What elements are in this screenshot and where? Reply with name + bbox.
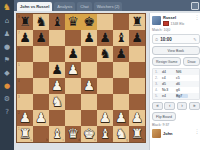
tournament-icon[interactable]: ⚑ [2, 56, 12, 65]
square-b6[interactable] [33, 46, 49, 62]
file-label: e [94, 138, 96, 142]
square-a2[interactable]: 2♟ [17, 110, 33, 126]
square-f7[interactable]: ♟ [97, 30, 113, 46]
square-f4[interactable] [97, 78, 113, 94]
square-c1[interactable]: c♝ [49, 126, 65, 142]
tab-game[interactable]: John vs Russel [17, 2, 52, 11]
draw-button[interactable]: Draw [183, 57, 199, 66]
last-move-button[interactable]: » [189, 102, 200, 110]
black-move[interactable]: g6 [176, 88, 188, 92]
white-move[interactable]: d4 [162, 70, 174, 74]
tab-chat[interactable]: Chat [77, 2, 91, 11]
rank-label: 6 [18, 47, 20, 51]
square-g8[interactable] [113, 14, 129, 30]
rank-label: 1 [18, 127, 20, 131]
square-g3[interactable] [113, 94, 129, 110]
square-e3[interactable] [81, 94, 97, 110]
square-a7[interactable]: 7♟ [17, 30, 33, 46]
piece-black-rook[interactable]: ♜ [129, 14, 145, 30]
square-h2[interactable]: ♟ [129, 110, 145, 126]
square-a5[interactable]: 5 [17, 62, 33, 78]
square-e8[interactable]: ♚ [81, 14, 97, 30]
puzzle-icon[interactable]: ◆ [2, 69, 12, 78]
left-icon-rail: ♞ ⌂ ♟ ● ⚑ ◆ ● ⚙ ? [0, 0, 14, 150]
piece-white-pawn[interactable]: ♟ [129, 110, 145, 126]
square-d6[interactable]: ♟ [65, 46, 81, 62]
white-move[interactable]: d5 [162, 82, 174, 86]
square-f2[interactable]: ♟ [97, 110, 113, 126]
square-c8[interactable]: ♝ [49, 14, 65, 30]
square-b8[interactable]: ♞ [33, 14, 49, 30]
black-move[interactable]: Bg7 [176, 94, 188, 98]
move-number: 3. [155, 82, 160, 86]
tab-watchers[interactable]: Watchers (2) [94, 2, 123, 11]
piece-black-pawn[interactable]: ♟ [17, 30, 33, 46]
square-e6[interactable] [81, 46, 97, 62]
help-icon[interactable]: ? [2, 108, 12, 117]
white-move[interactable]: c4 [162, 76, 174, 80]
top-player-card: Russel 1348 Elo ⋮ [152, 15, 200, 26]
square-e7[interactable]: ♟ [81, 30, 97, 46]
square-h3[interactable] [129, 94, 145, 110]
square-c5[interactable]: ♟ [49, 62, 65, 78]
square-f8[interactable] [97, 14, 113, 30]
square-d1[interactable]: d♛ [65, 126, 81, 142]
piece-white-rook[interactable]: ♜ [129, 126, 145, 142]
file-label: g [126, 138, 128, 142]
clock-icon: ⏱ [155, 37, 158, 42]
square-g7[interactable]: ♝ [113, 30, 129, 46]
move-number: 4. [155, 88, 160, 92]
square-f1[interactable]: f♝ [97, 126, 113, 142]
square-a6[interactable]: 6 [17, 46, 33, 62]
flip-board-button[interactable]: Flip Board [152, 112, 176, 121]
square-h8[interactable]: ♜ [129, 14, 145, 30]
piece-black-pawn[interactable]: ♟ [129, 30, 145, 46]
rank-label: 4 [18, 79, 20, 83]
move-nav: « ‹ › » [152, 102, 200, 110]
square-e4[interactable]: ♟ [81, 78, 97, 94]
square-d7[interactable] [65, 30, 81, 46]
piece-white-bishop[interactable]: ♝ [49, 126, 65, 142]
square-c4[interactable]: ♟ [49, 78, 65, 94]
piece-black-pawn[interactable]: ♟ [81, 30, 97, 46]
square-a3[interactable]: 3 [17, 94, 33, 110]
move-number: 2. [155, 76, 160, 80]
square-e1[interactable]: e♚ [81, 126, 97, 142]
black-move[interactable]: c5 [176, 76, 188, 80]
piece-black-knight[interactable]: ♞ [97, 46, 113, 62]
square-c6[interactable] [49, 46, 65, 62]
player-name: John [163, 131, 173, 136]
move-number: 1. [155, 70, 160, 74]
tab-analysis[interactable]: Analysis [54, 2, 75, 11]
layout-toggle-icon[interactable] [191, 2, 199, 10]
piece-black-pawn[interactable]: ♟ [65, 46, 81, 62]
avatar [152, 129, 161, 138]
square-a4[interactable]: 4 [17, 78, 33, 94]
rank-label: 8 [18, 15, 20, 19]
piece-black-pawn[interactable]: ♟ [33, 30, 49, 46]
square-e5[interactable] [81, 62, 97, 78]
move-list: 1.d4Nf62.c4c53.d5d64.Nc3g65.e4Bg7 [152, 68, 200, 100]
piece-white-pawn[interactable]: ♟ [17, 110, 33, 126]
move-number: 5. [155, 94, 160, 98]
square-c2[interactable] [49, 110, 65, 126]
next-move-button[interactable]: › [177, 102, 188, 110]
file-label: b [46, 138, 48, 142]
piece-white-bishop[interactable]: ♝ [97, 126, 113, 142]
square-b1[interactable]: b [33, 126, 49, 142]
piece-black-king[interactable]: ♚ [81, 14, 97, 30]
square-b5[interactable] [33, 62, 49, 78]
square-d3[interactable] [65, 94, 81, 110]
rank-label: 3 [18, 95, 20, 99]
square-g6[interactable]: ♟ [113, 46, 129, 62]
piece-black-rook[interactable]: ♜ [17, 14, 33, 30]
file-label: h [142, 138, 144, 142]
black-time-label: Black: 9:37 [152, 123, 200, 127]
piece-white-rook[interactable]: ♜ [17, 126, 33, 142]
piece-white-pawn[interactable]: ♟ [81, 78, 97, 94]
piece-black-pawn[interactable]: ♟ [113, 46, 129, 62]
square-h5[interactable] [129, 62, 145, 78]
play-icon[interactable]: ♟ [2, 30, 12, 39]
rank-label: 7 [18, 31, 20, 35]
piece-white-pawn[interactable]: ♟ [33, 110, 49, 126]
square-d2[interactable] [65, 110, 81, 126]
piece-black-knight[interactable]: ♞ [33, 14, 49, 30]
prev-move-button[interactable]: ‹ [164, 102, 175, 110]
square-d8[interactable]: ♛ [65, 14, 81, 30]
square-h1[interactable]: h♜ [129, 126, 145, 142]
rank-label: 5 [18, 63, 20, 67]
file-label: a [30, 138, 32, 142]
notification-icon[interactable]: ● [2, 82, 12, 91]
match-info: Match: 10|0 [152, 28, 200, 32]
black-move[interactable]: d6 [176, 82, 188, 86]
bottom-player-card: John ⋮ [152, 129, 200, 138]
piece-black-pawn[interactable]: ♟ [97, 30, 113, 46]
black-move[interactable]: Nf6 [176, 70, 188, 74]
tab-bar: John vs Russel Analysis Chat Watchers (2… [14, 0, 200, 11]
edit-icon[interactable]: ✎ [193, 37, 196, 42]
player-menu-icon[interactable]: ⋮ [195, 15, 200, 20]
square-c7[interactable] [49, 30, 65, 46]
file-label: c [63, 138, 65, 142]
piece-black-bishop[interactable]: ♝ [49, 14, 65, 30]
content-row: 8♜♞♝♛♚♜7♟♟♟♟♝♟6♟♞♟5♟♟4♟♟3♞2♟♟♟♟♟1a♜bc♝d♛… [14, 11, 200, 150]
square-g1[interactable]: g♞ [113, 126, 129, 142]
square-h4[interactable] [129, 78, 145, 94]
square-g4[interactable] [113, 78, 129, 94]
resign-button[interactable]: Resign Game [152, 57, 181, 66]
file-label: f [111, 138, 112, 142]
piece-black-pawn[interactable]: ♟ [49, 62, 65, 78]
clock-time: 10:00 [160, 37, 191, 42]
piece-white-pawn[interactable]: ♟ [65, 62, 81, 78]
piece-white-queen[interactable]: ♛ [65, 126, 81, 142]
chess-board[interactable]: 8♜♞♝♛♚♜7♟♟♟♟♝♟6♟♞♟5♟♟4♟♟3♞2♟♟♟♟♟1a♜bc♝d♛… [16, 13, 146, 143]
friends-icon[interactable]: ● [2, 43, 12, 52]
square-f3[interactable] [97, 94, 113, 110]
piece-black-queen[interactable]: ♛ [65, 14, 81, 30]
white-move[interactable]: e4 [162, 94, 174, 98]
piece-white-pawn[interactable]: ♟ [49, 78, 65, 94]
file-label: d [78, 138, 80, 142]
first-move-button[interactable]: « [152, 102, 163, 110]
app-logo-icon[interactable]: ♞ [2, 2, 12, 13]
right-panel: Russel 1348 Elo ⋮ Match: 10|0 ⏱ 10:00 ✎ … [149, 13, 200, 150]
square-g5[interactable] [113, 62, 129, 78]
square-d5[interactable]: ♟ [65, 62, 81, 78]
avatar [152, 16, 161, 25]
rank-label: 2 [18, 111, 20, 115]
chess-app-window: ♞ ⌂ ♟ ● ⚑ ◆ ● ⚙ ? John vs Russel Analysi… [0, 0, 200, 150]
piece-white-pawn[interactable]: ♟ [97, 110, 113, 126]
piece-white-knight[interactable]: ♞ [49, 94, 65, 110]
square-b2[interactable]: ♟ [33, 110, 49, 126]
piece-white-knight[interactable]: ♞ [113, 126, 129, 142]
square-f5[interactable] [97, 62, 113, 78]
piece-white-pawn[interactable]: ♟ [113, 110, 129, 126]
square-c3[interactable]: ♞ [49, 94, 65, 110]
square-g2[interactable]: ♟ [113, 110, 129, 126]
square-h7[interactable]: ♟ [129, 30, 145, 46]
player-menu-icon[interactable]: ⋮ [195, 129, 200, 134]
view-book-button[interactable]: View Book [152, 46, 200, 55]
settings-icon[interactable]: ⚙ [2, 95, 12, 104]
square-b3[interactable] [33, 94, 49, 110]
clock-row: ⏱ 10:00 ✎ [152, 34, 200, 44]
square-f6[interactable]: ♞ [97, 46, 113, 62]
square-h6[interactable] [129, 46, 145, 62]
country-flag-icon [163, 21, 169, 26]
white-move[interactable]: Nc3 [162, 88, 174, 92]
square-a8[interactable]: 8♜ [17, 14, 33, 30]
player-rating: 1348 Elo [171, 22, 185, 26]
home-icon[interactable]: ⌂ [2, 17, 12, 26]
square-b7[interactable]: ♟ [33, 30, 49, 46]
square-a1[interactable]: 1a♜ [17, 126, 33, 142]
square-d4[interactable] [65, 78, 81, 94]
piece-white-king[interactable]: ♚ [81, 126, 97, 142]
move-row: 5.e4Bg7 [153, 93, 199, 99]
main-area: John vs Russel Analysis Chat Watchers (2… [14, 0, 200, 150]
player-name: Russel [163, 15, 184, 20]
square-e2[interactable] [81, 110, 97, 126]
square-b4[interactable] [33, 78, 49, 94]
piece-black-bishop[interactable]: ♝ [113, 30, 129, 46]
